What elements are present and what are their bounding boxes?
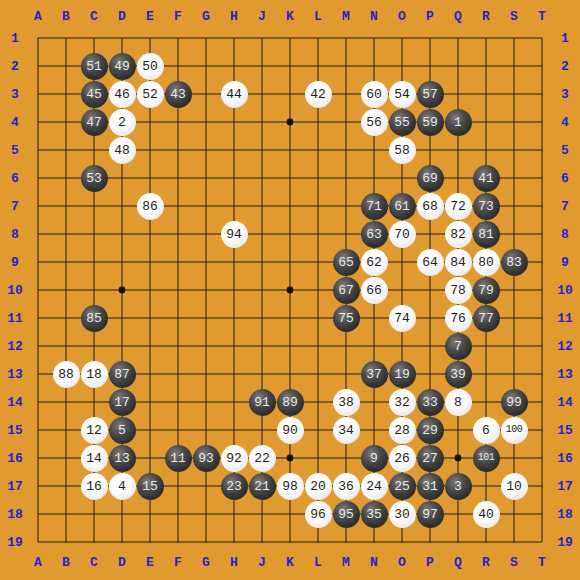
stone-number: 23 xyxy=(226,480,242,493)
col-label-top-C: C xyxy=(90,10,98,23)
stone-white-10-S17[interactable]: 10 xyxy=(501,473,528,500)
stone-number: 89 xyxy=(282,396,298,409)
stone-number: 44 xyxy=(226,88,242,101)
row-label-left-13: 13 xyxy=(7,368,23,381)
stone-white-92-H16[interactable]: 92 xyxy=(221,445,248,472)
stone-black-53-C6[interactable]: 53 xyxy=(81,165,108,192)
stone-black-15-E17[interactable]: 15 xyxy=(137,473,164,500)
stone-number: 41 xyxy=(478,172,494,185)
row-label-left-6: 6 xyxy=(11,172,19,185)
stone-number: 67 xyxy=(338,284,354,297)
stone-number: 84 xyxy=(450,256,466,269)
stone-black-87-D13[interactable]: 87 xyxy=(109,361,136,388)
stone-white-78-Q10[interactable]: 78 xyxy=(445,277,472,304)
stone-black-11-F16[interactable]: 11 xyxy=(165,445,192,472)
row-label-left-16: 16 xyxy=(7,452,23,465)
stone-white-88-B13[interactable]: 88 xyxy=(53,361,80,388)
stone-black-101-R16[interactable]: 101 xyxy=(473,445,500,472)
stone-number: 20 xyxy=(310,480,326,493)
stone-number: 17 xyxy=(114,396,130,409)
col-label-bottom-K: K xyxy=(286,556,294,569)
star-point-K10 xyxy=(287,287,294,294)
stone-white-46-D3[interactable]: 46 xyxy=(109,81,136,108)
stone-number: 58 xyxy=(394,144,410,157)
stone-black-21-J17[interactable]: 21 xyxy=(249,473,276,500)
stone-white-100-S15[interactable]: 100 xyxy=(501,417,528,444)
stone-white-70-O8[interactable]: 70 xyxy=(389,221,416,248)
stone-number: 54 xyxy=(394,88,410,101)
stone-number: 39 xyxy=(450,368,466,381)
stone-black-51-C2[interactable]: 51 xyxy=(81,53,108,80)
stone-number: 16 xyxy=(86,480,102,493)
stone-white-96-L18[interactable]: 96 xyxy=(305,501,332,528)
row-label-right-4: 4 xyxy=(561,116,569,129)
col-label-bottom-T: T xyxy=(538,556,546,569)
stone-white-18-C13[interactable]: 18 xyxy=(81,361,108,388)
stone-number: 93 xyxy=(198,452,214,465)
row-label-right-8: 8 xyxy=(561,228,569,241)
col-label-top-D: D xyxy=(118,10,126,23)
col-label-top-H: H xyxy=(230,10,238,23)
stone-number: 60 xyxy=(366,88,382,101)
stone-number: 55 xyxy=(394,116,410,129)
stone-black-57-P3[interactable]: 57 xyxy=(417,81,444,108)
stone-number: 57 xyxy=(422,88,438,101)
stone-white-14-C16[interactable]: 14 xyxy=(81,445,108,472)
row-label-right-6: 6 xyxy=(561,172,569,185)
stone-white-64-P9[interactable]: 64 xyxy=(417,249,444,276)
stone-number: 69 xyxy=(422,172,438,185)
stone-black-23-H17[interactable]: 23 xyxy=(221,473,248,500)
col-label-bottom-C: C xyxy=(90,556,98,569)
stone-white-42-L3[interactable]: 42 xyxy=(305,81,332,108)
stone-number: 95 xyxy=(338,508,354,521)
stone-white-94-H8[interactable]: 94 xyxy=(221,221,248,248)
stone-number: 82 xyxy=(450,228,466,241)
stone-white-44-H3[interactable]: 44 xyxy=(221,81,248,108)
stone-black-5-D15[interactable]: 5 xyxy=(109,417,136,444)
stone-white-2-D4[interactable]: 2 xyxy=(109,109,136,136)
stone-number: 71 xyxy=(366,200,382,213)
col-label-bottom-M: M xyxy=(342,556,350,569)
col-label-top-T: T xyxy=(538,10,546,23)
col-label-top-M: M xyxy=(342,10,350,23)
stone-white-90-K15[interactable]: 90 xyxy=(277,417,304,444)
stone-number: 98 xyxy=(282,480,298,493)
stone-number: 88 xyxy=(58,368,74,381)
stone-number: 24 xyxy=(366,480,382,493)
row-label-right-2: 2 xyxy=(561,60,569,73)
star-point-K4 xyxy=(287,119,294,126)
col-label-bottom-D: D xyxy=(118,556,126,569)
stone-number: 64 xyxy=(422,256,438,269)
col-label-bottom-F: F xyxy=(174,556,182,569)
col-label-bottom-J: J xyxy=(258,556,266,569)
row-label-left-3: 3 xyxy=(11,88,19,101)
stone-number: 14 xyxy=(86,452,102,465)
stone-number: 40 xyxy=(478,508,494,521)
stone-number: 6 xyxy=(482,424,490,437)
stone-black-99-S14[interactable]: 99 xyxy=(501,389,528,416)
stone-number: 52 xyxy=(142,88,158,101)
stone-white-6-R15[interactable]: 6 xyxy=(473,417,500,444)
stone-black-75-M11[interactable]: 75 xyxy=(333,305,360,332)
stone-number: 43 xyxy=(170,88,186,101)
col-label-top-K: K xyxy=(286,10,294,23)
col-label-top-O: O xyxy=(398,10,406,23)
stone-number: 37 xyxy=(366,368,382,381)
col-label-bottom-N: N xyxy=(370,556,378,569)
stone-number: 86 xyxy=(142,200,158,213)
stone-number: 85 xyxy=(86,312,102,325)
stone-white-40-R18[interactable]: 40 xyxy=(473,501,500,528)
stone-number: 74 xyxy=(394,312,410,325)
stone-number: 56 xyxy=(366,116,382,129)
row-label-left-5: 5 xyxy=(11,144,19,157)
stone-number: 70 xyxy=(394,228,410,241)
row-label-right-9: 9 xyxy=(561,256,569,269)
stone-number: 33 xyxy=(422,396,438,409)
stone-black-3-Q17[interactable]: 3 xyxy=(445,473,472,500)
row-label-left-2: 2 xyxy=(11,60,19,73)
stone-number: 80 xyxy=(478,256,494,269)
stone-white-4-D17[interactable]: 4 xyxy=(109,473,136,500)
stone-white-82-Q8[interactable]: 82 xyxy=(445,221,472,248)
stone-black-81-R8[interactable]: 81 xyxy=(473,221,500,248)
stone-black-35-N18[interactable]: 35 xyxy=(361,501,388,528)
stone-white-32-O14[interactable]: 32 xyxy=(389,389,416,416)
stone-number: 7 xyxy=(454,340,462,353)
stone-number: 83 xyxy=(506,256,522,269)
stone-white-56-N4[interactable]: 56 xyxy=(361,109,388,136)
stone-black-17-D14[interactable]: 17 xyxy=(109,389,136,416)
stone-number: 35 xyxy=(366,508,382,521)
row-label-right-7: 7 xyxy=(561,200,569,213)
row-label-right-16: 16 xyxy=(557,452,573,465)
stone-number: 81 xyxy=(478,228,494,241)
row-label-left-14: 14 xyxy=(7,396,23,409)
stone-number: 65 xyxy=(338,256,354,269)
col-label-bottom-E: E xyxy=(146,556,154,569)
stone-black-69-P6[interactable]: 69 xyxy=(417,165,444,192)
stone-black-85-C11[interactable]: 85 xyxy=(81,305,108,332)
row-label-right-14: 14 xyxy=(557,396,573,409)
stone-black-1-Q4[interactable]: 1 xyxy=(445,109,472,136)
stone-number: 92 xyxy=(226,452,242,465)
stone-black-67-M10[interactable]: 67 xyxy=(333,277,360,304)
stone-white-24-N17[interactable]: 24 xyxy=(361,473,388,500)
row-label-right-15: 15 xyxy=(557,424,573,437)
stone-number: 100 xyxy=(506,425,523,435)
star-point-Q16 xyxy=(455,455,462,462)
row-label-left-4: 4 xyxy=(11,116,19,129)
stone-number: 79 xyxy=(478,284,494,297)
stone-black-65-M9[interactable]: 65 xyxy=(333,249,360,276)
stone-number: 96 xyxy=(310,508,326,521)
row-label-left-8: 8 xyxy=(11,228,19,241)
stone-number: 8 xyxy=(454,396,462,409)
stone-black-55-O4[interactable]: 55 xyxy=(389,109,416,136)
stone-white-86-E7[interactable]: 86 xyxy=(137,193,164,220)
row-label-right-10: 10 xyxy=(557,284,573,297)
row-label-left-10: 10 xyxy=(7,284,23,297)
stone-number: 73 xyxy=(478,200,494,213)
stone-black-9-N16[interactable]: 9 xyxy=(361,445,388,472)
col-label-top-S: S xyxy=(510,10,518,23)
col-label-bottom-O: O xyxy=(398,556,406,569)
stone-number: 90 xyxy=(282,424,298,437)
col-label-top-A: A xyxy=(34,10,42,23)
stone-white-16-C17[interactable]: 16 xyxy=(81,473,108,500)
stone-white-62-N9[interactable]: 62 xyxy=(361,249,388,276)
stone-black-39-Q13[interactable]: 39 xyxy=(445,361,472,388)
go-board[interactable]: AABBCCDDEEFFGGHHJJKKLLMMNNOOPPQQRRSSTT11… xyxy=(0,0,580,580)
stone-number: 51 xyxy=(86,60,102,73)
row-label-left-19: 19 xyxy=(7,536,23,549)
stone-number: 4 xyxy=(118,480,126,493)
stone-white-54-O3[interactable]: 54 xyxy=(389,81,416,108)
stone-number: 12 xyxy=(86,424,102,437)
row-label-left-12: 12 xyxy=(7,340,23,353)
stone-number: 72 xyxy=(450,200,466,213)
stone-number: 3 xyxy=(454,480,462,493)
col-label-bottom-B: B xyxy=(62,556,70,569)
stone-number: 91 xyxy=(254,396,270,409)
row-label-right-1: 1 xyxy=(561,32,569,45)
col-label-top-G: G xyxy=(202,10,210,23)
col-label-bottom-A: A xyxy=(34,556,42,569)
row-label-left-1: 1 xyxy=(11,32,19,45)
stone-number: 22 xyxy=(254,452,270,465)
stone-number: 87 xyxy=(114,368,130,381)
stone-black-27-P16[interactable]: 27 xyxy=(417,445,444,472)
stone-black-33-P14[interactable]: 33 xyxy=(417,389,444,416)
stone-white-34-M15[interactable]: 34 xyxy=(333,417,360,444)
stone-black-89-K14[interactable]: 89 xyxy=(277,389,304,416)
col-label-top-N: N xyxy=(370,10,378,23)
stone-black-19-O13[interactable]: 19 xyxy=(389,361,416,388)
stone-white-72-Q7[interactable]: 72 xyxy=(445,193,472,220)
stone-white-98-K17[interactable]: 98 xyxy=(277,473,304,500)
col-label-top-J: J xyxy=(258,10,266,23)
stone-number: 78 xyxy=(450,284,466,297)
stone-black-43-F3[interactable]: 43 xyxy=(165,81,192,108)
stone-black-13-D16[interactable]: 13 xyxy=(109,445,136,472)
col-label-bottom-R: R xyxy=(482,556,490,569)
stone-black-73-R7[interactable]: 73 xyxy=(473,193,500,220)
stone-black-47-C4[interactable]: 47 xyxy=(81,109,108,136)
stone-number: 2 xyxy=(118,116,126,129)
stone-white-22-J16[interactable]: 22 xyxy=(249,445,276,472)
stone-number: 11 xyxy=(170,452,186,465)
stone-number: 19 xyxy=(394,368,410,381)
stone-white-66-N10[interactable]: 66 xyxy=(361,277,388,304)
stone-black-61-O7[interactable]: 61 xyxy=(389,193,416,220)
stone-number: 13 xyxy=(114,452,130,465)
stone-white-36-M17[interactable]: 36 xyxy=(333,473,360,500)
stone-number: 5 xyxy=(118,424,126,437)
row-label-right-5: 5 xyxy=(561,144,569,157)
stone-number: 68 xyxy=(422,200,438,213)
row-label-left-15: 15 xyxy=(7,424,23,437)
stone-black-71-N7[interactable]: 71 xyxy=(361,193,388,220)
stone-white-58-O5[interactable]: 58 xyxy=(389,137,416,164)
stone-black-37-N13[interactable]: 37 xyxy=(361,361,388,388)
stone-number: 77 xyxy=(478,312,494,325)
stone-number: 94 xyxy=(226,228,242,241)
stone-white-60-N3[interactable]: 60 xyxy=(361,81,388,108)
stone-black-7-Q12[interactable]: 7 xyxy=(445,333,472,360)
stone-black-83-S9[interactable]: 83 xyxy=(501,249,528,276)
stone-white-12-C15[interactable]: 12 xyxy=(81,417,108,444)
row-label-right-13: 13 xyxy=(557,368,573,381)
stone-black-97-P18[interactable]: 97 xyxy=(417,501,444,528)
stone-black-95-M18[interactable]: 95 xyxy=(333,501,360,528)
row-label-right-17: 17 xyxy=(557,480,573,493)
stone-black-79-R10[interactable]: 79 xyxy=(473,277,500,304)
stone-number: 63 xyxy=(366,228,382,241)
stone-number: 18 xyxy=(86,368,102,381)
col-label-bottom-Q: Q xyxy=(454,556,462,569)
stone-number: 76 xyxy=(450,312,466,325)
stone-number: 62 xyxy=(366,256,382,269)
stone-number: 36 xyxy=(338,480,354,493)
col-label-bottom-H: H xyxy=(230,556,238,569)
row-label-right-12: 12 xyxy=(557,340,573,353)
stone-number: 48 xyxy=(114,144,130,157)
stone-white-74-O11[interactable]: 74 xyxy=(389,305,416,332)
stone-number: 46 xyxy=(114,88,130,101)
row-label-left-17: 17 xyxy=(7,480,23,493)
stone-number: 42 xyxy=(310,88,326,101)
stone-number: 75 xyxy=(338,312,354,325)
stone-number: 59 xyxy=(422,116,438,129)
col-label-bottom-S: S xyxy=(510,556,518,569)
star-point-D10 xyxy=(119,287,126,294)
col-label-top-P: P xyxy=(426,10,434,23)
stone-number: 9 xyxy=(370,452,378,465)
row-label-right-19: 19 xyxy=(557,536,573,549)
stone-black-93-G16[interactable]: 93 xyxy=(193,445,220,472)
stone-number: 97 xyxy=(422,508,438,521)
row-label-right-11: 11 xyxy=(557,312,573,325)
stone-black-31-P17[interactable]: 31 xyxy=(417,473,444,500)
stone-number: 10 xyxy=(506,480,522,493)
stone-white-48-D5[interactable]: 48 xyxy=(109,137,136,164)
col-label-top-F: F xyxy=(174,10,182,23)
stone-white-76-Q11[interactable]: 76 xyxy=(445,305,472,332)
row-label-left-11: 11 xyxy=(7,312,23,325)
stone-number: 66 xyxy=(366,284,382,297)
stone-black-77-R11[interactable]: 77 xyxy=(473,305,500,332)
stone-number: 49 xyxy=(114,60,130,73)
stone-number: 34 xyxy=(338,424,354,437)
col-label-top-R: R xyxy=(482,10,490,23)
stone-black-49-D2[interactable]: 49 xyxy=(109,53,136,80)
stone-number: 38 xyxy=(338,396,354,409)
stone-number: 27 xyxy=(422,452,438,465)
col-label-bottom-G: G xyxy=(202,556,210,569)
col-label-bottom-P: P xyxy=(426,556,434,569)
stone-number: 45 xyxy=(86,88,102,101)
stone-white-52-E3[interactable]: 52 xyxy=(137,81,164,108)
stone-white-84-Q9[interactable]: 84 xyxy=(445,249,472,276)
stone-number: 30 xyxy=(394,508,410,521)
stone-white-8-Q14[interactable]: 8 xyxy=(445,389,472,416)
stone-white-80-R9[interactable]: 80 xyxy=(473,249,500,276)
col-label-top-E: E xyxy=(146,10,154,23)
stone-number: 25 xyxy=(394,480,410,493)
stone-number: 32 xyxy=(394,396,410,409)
stone-number: 28 xyxy=(394,424,410,437)
stone-number: 47 xyxy=(86,116,102,129)
stone-white-50-E2[interactable]: 50 xyxy=(137,53,164,80)
stone-white-68-P7[interactable]: 68 xyxy=(417,193,444,220)
stone-black-91-J14[interactable]: 91 xyxy=(249,389,276,416)
stone-number: 53 xyxy=(86,172,102,185)
stone-white-28-O15[interactable]: 28 xyxy=(389,417,416,444)
col-label-top-B: B xyxy=(62,10,70,23)
stone-black-25-O17[interactable]: 25 xyxy=(389,473,416,500)
stone-number: 15 xyxy=(142,480,158,493)
stone-number: 101 xyxy=(478,453,495,463)
row-label-right-3: 3 xyxy=(561,88,569,101)
stone-black-45-C3[interactable]: 45 xyxy=(81,81,108,108)
stone-white-30-O18[interactable]: 30 xyxy=(389,501,416,528)
stone-number: 26 xyxy=(394,452,410,465)
row-label-left-7: 7 xyxy=(11,200,19,213)
stone-black-41-R6[interactable]: 41 xyxy=(473,165,500,192)
stone-number: 61 xyxy=(394,200,410,213)
col-label-bottom-L: L xyxy=(314,556,322,569)
stone-number: 50 xyxy=(142,60,158,73)
stone-black-59-P4[interactable]: 59 xyxy=(417,109,444,136)
stone-number: 1 xyxy=(454,116,462,129)
row-label-right-18: 18 xyxy=(557,508,573,521)
stone-number: 29 xyxy=(422,424,438,437)
col-label-top-Q: Q xyxy=(454,10,462,23)
stone-white-38-M14[interactable]: 38 xyxy=(333,389,360,416)
stone-number: 31 xyxy=(422,480,438,493)
stone-black-29-P15[interactable]: 29 xyxy=(417,417,444,444)
stone-number: 21 xyxy=(254,480,270,493)
stone-number: 99 xyxy=(506,396,522,409)
stone-white-20-L17[interactable]: 20 xyxy=(305,473,332,500)
col-label-top-L: L xyxy=(314,10,322,23)
row-label-left-9: 9 xyxy=(11,256,19,269)
stone-white-26-O16[interactable]: 26 xyxy=(389,445,416,472)
stone-black-63-N8[interactable]: 63 xyxy=(361,221,388,248)
row-label-left-18: 18 xyxy=(7,508,23,521)
star-point-K16 xyxy=(287,455,294,462)
